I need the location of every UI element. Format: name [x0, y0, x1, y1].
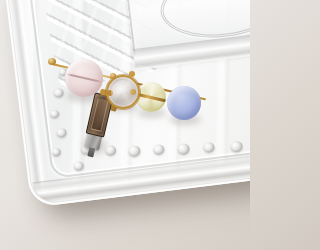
citrine-bead	[136, 82, 166, 112]
white-opal-in-gold-setting	[106, 75, 140, 109]
rose-quartz-bead	[65, 59, 103, 97]
block-ring-moulding	[157, 0, 250, 44]
gold-crimp-bead	[48, 58, 56, 65]
photo-scene	[0, 0, 250, 250]
beaded-brooch	[40, 48, 225, 163]
blue-chalcedony-bead	[167, 86, 201, 120]
